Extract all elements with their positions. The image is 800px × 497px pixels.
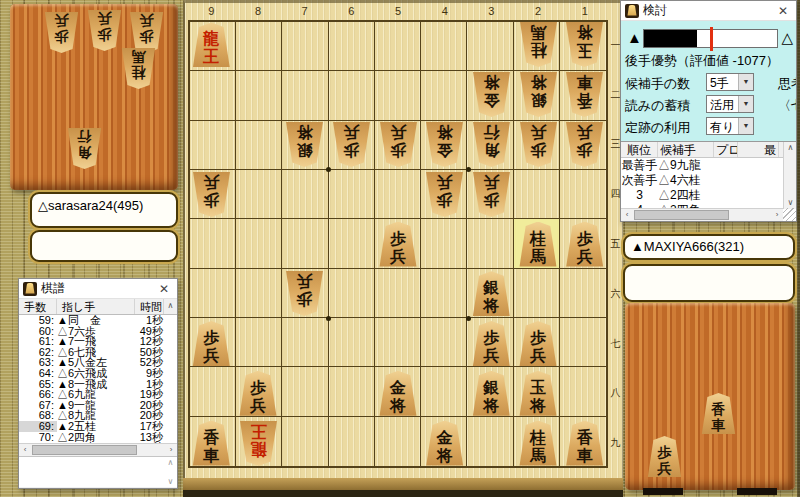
- candidate-move: △4六桂: [658, 173, 779, 188]
- piece-歩兵-sente[interactable]: 歩兵: [646, 436, 683, 477]
- move-number: 69:: [19, 421, 57, 432]
- square-4-5[interactable]: [421, 219, 467, 268]
- kifu-titlebar[interactable]: 棋譜 ✕: [19, 279, 177, 299]
- rank-label-5: 五: [609, 219, 622, 269]
- candidate-row[interactable]: 次善手△4六桂: [621, 173, 796, 188]
- gote-mark: △: [781, 29, 793, 47]
- board-side-edge: [183, 478, 623, 490]
- kifu-column-headers: 手数 指し手 時間 ∧: [19, 299, 177, 315]
- square-4-1[interactable]: [421, 22, 467, 71]
- scroll-up-icon[interactable]: ∧: [784, 142, 796, 154]
- shogi-board: 987654321 一二三四五六七八九 龍王桂馬玉将金将銀将香車銀将歩兵歩兵金将…: [183, 0, 623, 497]
- app-icon: [625, 4, 639, 18]
- square-5-9[interactable]: [375, 417, 421, 466]
- star-point: [326, 316, 331, 321]
- square-8-7[interactable]: [236, 318, 282, 367]
- file-label-7: 7: [281, 5, 328, 18]
- setting-label: 読みの蓄積: [625, 97, 691, 115]
- square-8-1[interactable]: [236, 22, 282, 71]
- square-1-8[interactable]: [560, 367, 606, 416]
- analysis-window-title: 検討: [643, 2, 775, 19]
- chevron-down-icon[interactable]: ▼: [738, 74, 753, 90]
- sente-message-box: [623, 264, 795, 302]
- file-label-9: 9: [188, 5, 235, 18]
- rank-label-9: 九: [609, 418, 622, 468]
- board-shadow: [183, 490, 623, 497]
- chevron-down-icon[interactable]: ▼: [738, 96, 753, 112]
- square-7-8[interactable]: [282, 367, 328, 416]
- setting-row: 候補手の数5手▼思考中: [621, 72, 796, 94]
- hscroll-thumb[interactable]: [32, 445, 137, 455]
- file-label-1: 1: [561, 5, 608, 18]
- rank-label-7: 七: [609, 319, 622, 369]
- piece-歩兵-gote[interactable]: 歩兵: [43, 12, 80, 53]
- square-5-4[interactable]: [375, 170, 421, 219]
- setting-dropdown[interactable]: 有り▼: [706, 117, 754, 135]
- move-number: 59:: [19, 315, 57, 326]
- tray-foot: [737, 488, 777, 495]
- scroll-up-icon[interactable]: ∧: [164, 299, 177, 314]
- comment-scroll-down-icon[interactable]: ∨: [165, 477, 176, 486]
- gote-captured-tray: 歩兵歩兵歩兵桂馬角行: [10, 4, 178, 190]
- col-pro: プロ間: [714, 142, 738, 157]
- analysis-window: 検討 ✕ ▲ △ 後手優勢（評価値 -1077） 候補手の数5手▼思考中読みの蓄…: [620, 0, 797, 222]
- candidate-headers: 順位 候補手 プロ間 最: [621, 142, 796, 158]
- square-9-6[interactable]: [190, 269, 236, 318]
- kifu-row[interactable]: 59:▲同 金1秒: [19, 315, 177, 326]
- col-moveno: 手数: [19, 299, 57, 314]
- file-label-5: 5: [375, 5, 422, 18]
- star-point: [466, 316, 471, 321]
- square-8-3[interactable]: [236, 121, 282, 170]
- piece-桂馬-gote[interactable]: 桂馬: [120, 48, 157, 89]
- piece-香車-sente[interactable]: 香車: [700, 393, 737, 434]
- setting-row: 読みの蓄積活用▼〈七段: [621, 94, 796, 116]
- scroll-right-icon[interactable]: ›: [771, 209, 783, 221]
- scroll-down-icon[interactable]: ∨: [165, 278, 178, 279]
- square-5-1[interactable]: [375, 22, 421, 71]
- star-point: [466, 167, 471, 172]
- sente-captured-tray: 香車歩兵: [625, 303, 795, 490]
- col-move: 指し手: [57, 299, 135, 314]
- square-7-2[interactable]: [282, 71, 328, 120]
- kifu-hscrollbar[interactable]: ‹ ›: [19, 443, 177, 456]
- analysis-titlebar[interactable]: 検討 ✕: [621, 1, 796, 21]
- square-8-5[interactable]: [236, 219, 282, 268]
- kifu-row[interactable]: 64:△6六飛成9秒: [19, 368, 177, 379]
- file-coordinates: 987654321: [188, 5, 608, 18]
- close-icon[interactable]: ✕: [775, 4, 791, 18]
- analysis-body: ▲ △ 後手優勢（評価値 -1077） 候補手の数5手▼思考中読みの蓄積活用▼〈…: [621, 21, 796, 141]
- move-text: ▲2五桂: [57, 421, 135, 432]
- analysis-hscrollbar[interactable]: ‹ ›: [621, 208, 783, 221]
- rank-label-8: 八: [609, 368, 622, 418]
- evaluation-center-marker: [710, 27, 713, 51]
- kifu-comment-box[interactable]: ∧ ∨: [19, 456, 177, 487]
- file-label-3: 3: [468, 5, 515, 18]
- file-label-4: 4: [421, 5, 468, 18]
- square-5-2[interactable]: [375, 71, 421, 120]
- evaluation-text: 後手優勢（評価値 -1077）: [621, 49, 796, 72]
- rank-label-6: 六: [609, 269, 622, 319]
- square-7-5[interactable]: [282, 219, 328, 268]
- col-candidate: 候補手: [658, 142, 714, 157]
- app-icon: [23, 282, 37, 296]
- move-number: 64:: [19, 368, 57, 379]
- file-label-2: 2: [515, 5, 562, 18]
- square-2-4[interactable]: [514, 170, 560, 219]
- square-7-9[interactable]: [282, 417, 328, 466]
- chevron-down-icon[interactable]: ▼: [738, 118, 753, 134]
- evaluation-bar: [643, 29, 778, 48]
- candidate-move: △2四桂: [658, 188, 779, 203]
- scroll-left-icon[interactable]: ‹: [19, 444, 31, 456]
- kifu-vscrollbar[interactable]: ∨: [164, 278, 177, 279]
- dropdown-value: 活用: [707, 96, 738, 112]
- kifu-row[interactable]: 69:▲2五桂17秒: [19, 421, 177, 432]
- tray-foot: [643, 488, 683, 495]
- candidate-row[interactable]: 3△2四桂: [621, 188, 796, 203]
- candidate-rank: 次善手: [621, 173, 658, 188]
- star-point: [326, 167, 331, 172]
- square-6-1[interactable]: [329, 22, 375, 71]
- square-3-1[interactable]: [467, 22, 513, 71]
- square-2-6[interactable]: [514, 269, 560, 318]
- square-6-9[interactable]: [329, 417, 375, 466]
- square-8-6[interactable]: [236, 269, 282, 318]
- gote-message-box: [30, 230, 178, 262]
- resize-grip[interactable]: [783, 208, 796, 221]
- square-8-4[interactable]: [236, 170, 282, 219]
- move-time: 17秒: [135, 421, 163, 432]
- square-1-4[interactable]: [560, 170, 606, 219]
- square-9-5[interactable]: [190, 219, 236, 268]
- piece-歩兵-gote[interactable]: 歩兵: [128, 12, 165, 53]
- piece-角行-gote[interactable]: 角行: [66, 128, 103, 169]
- move-time: 1秒: [135, 315, 163, 326]
- setting-dropdown[interactable]: 5手▼: [706, 73, 754, 91]
- close-icon[interactable]: ✕: [156, 282, 172, 296]
- square-6-5[interactable]: [329, 219, 375, 268]
- move-text: ▲同 金: [57, 315, 135, 326]
- setting-label: 定跡の利用: [625, 119, 690, 137]
- sente-mark: ▲: [627, 29, 642, 46]
- square-9-3[interactable]: [190, 121, 236, 170]
- move-text: △6六飛成: [57, 368, 135, 379]
- col-time: 時間: [135, 299, 164, 314]
- candidate-move: △9九龍: [658, 158, 779, 173]
- square-3-5[interactable]: [467, 219, 513, 268]
- analysis-vscrollbar[interactable]: ∧ ∨: [783, 142, 796, 209]
- square-8-2[interactable]: [236, 71, 282, 120]
- kifu-window: 棋譜 ✕ 手数 指し手 時間 ∧ 59:▲同 金1秒60:△7六歩49秒61:▲…: [18, 278, 178, 489]
- file-label-6: 6: [328, 5, 375, 18]
- col-extra: 最: [738, 142, 779, 157]
- square-7-1[interactable]: [282, 22, 328, 71]
- square-7-4[interactable]: [282, 170, 328, 219]
- setting-side-text: 思考中: [778, 75, 797, 93]
- file-label-8: 8: [235, 5, 282, 18]
- square-6-7[interactable]: [329, 318, 375, 367]
- sente-player-name: ▲MAXIYA666(321): [625, 236, 793, 254]
- kifu-move-list: 59:▲同 金1秒60:△7六歩49秒61:▲7一飛12秒62:△6七飛50秒6…: [19, 315, 177, 443]
- candidate-rank: 3: [621, 188, 658, 203]
- setting-row: 定跡の利用有り▼: [621, 116, 796, 138]
- setting-label: 候補手の数: [625, 75, 690, 93]
- col-rank: 順位: [621, 142, 658, 157]
- square-9-8[interactable]: [190, 367, 236, 416]
- kifu-window-title: 棋譜: [41, 280, 156, 297]
- gote-player-name: △sarasara24(495): [32, 194, 176, 213]
- square-5-6[interactable]: [375, 269, 421, 318]
- evaluation-fill: [644, 30, 697, 47]
- setting-dropdown[interactable]: 活用▼: [706, 95, 754, 113]
- gote-name-plate: △sarasara24(495): [30, 192, 178, 228]
- square-6-4[interactable]: [329, 170, 375, 219]
- square-5-7[interactable]: [375, 318, 421, 367]
- dropdown-value: 有り: [707, 118, 738, 134]
- scroll-right-icon[interactable]: ›: [165, 444, 177, 456]
- move-time: 9秒: [135, 368, 163, 379]
- sente-name-plate: ▲MAXIYA666(321): [623, 234, 795, 260]
- piece-歩兵-gote[interactable]: 歩兵: [86, 10, 123, 51]
- square-7-7[interactable]: [282, 318, 328, 367]
- hscroll-thumb[interactable]: [634, 210, 729, 220]
- square-1-7[interactable]: [560, 318, 606, 367]
- square-4-8[interactable]: [421, 367, 467, 416]
- square-6-6[interactable]: [329, 269, 375, 318]
- square-9-2[interactable]: [190, 71, 236, 120]
- square-4-2[interactable]: [421, 71, 467, 120]
- square-3-9[interactable]: [467, 417, 513, 466]
- evaluation-bar-row: ▲ △: [621, 27, 796, 49]
- square-4-7[interactable]: [421, 318, 467, 367]
- square-6-2[interactable]: [329, 71, 375, 120]
- square-1-6[interactable]: [560, 269, 606, 318]
- square-4-6[interactable]: [421, 269, 467, 318]
- dropdown-value: 5手: [707, 74, 738, 90]
- candidate-table: 順位 候補手 プロ間 最 最善手△9九龍次善手△4六桂3△2四桂4△2四角5△4…: [621, 141, 796, 221]
- candidate-row[interactable]: 最善手△9九龍: [621, 158, 796, 173]
- square-6-8[interactable]: [329, 367, 375, 416]
- candidate-rank: 最善手: [621, 158, 658, 173]
- scroll-left-icon[interactable]: ‹: [621, 209, 633, 221]
- comment-scroll-up-icon[interactable]: ∧: [165, 458, 176, 467]
- setting-side-text: 〈七段: [778, 97, 797, 115]
